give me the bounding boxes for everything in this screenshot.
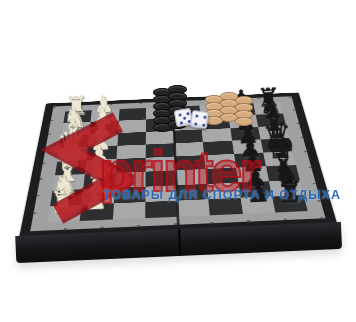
- square-e4: [145, 156, 175, 171]
- die-pip: [195, 122, 198, 125]
- square-h6: [208, 198, 242, 216]
- square-g3: [113, 186, 145, 203]
- square-g7: ♟: [238, 181, 272, 198]
- square-e3: [115, 158, 145, 173]
- square-a2: ♟: [91, 109, 119, 122]
- square-f4: [145, 170, 176, 186]
- square-f7: ♟: [236, 166, 269, 182]
- square-g1: ♞: [50, 189, 83, 206]
- piece-white-pawn: ♟: [90, 87, 119, 121]
- square-g8: ♞: [269, 180, 304, 197]
- die-pip: [183, 116, 186, 119]
- square-f5: [175, 169, 207, 185]
- square-f8: ♝: [266, 165, 300, 181]
- die-pip: [186, 112, 189, 115]
- square-d4: [145, 143, 174, 158]
- product-photo-chess-set: ♜♟♟♜♞♟♟♞♝♟♟♝♛♟♟♛♚♟♟♚♝♟♟♝♞♟♟♞♜♟♟♜ printer…: [0, 0, 356, 322]
- square-d8: ♛: [260, 138, 292, 152]
- square-e1: ♚: [55, 160, 87, 175]
- die-pip: [203, 116, 206, 119]
- square-h7: ♟: [240, 196, 275, 214]
- square-d7: ♟: [232, 139, 263, 153]
- square-d1: ♛: [57, 147, 88, 162]
- square-h4: [145, 200, 178, 218]
- square-h2: ♟: [80, 203, 113, 221]
- piece-black-rook: ♜: [254, 80, 283, 114]
- die-pip: [180, 121, 183, 124]
- square-d5: [174, 142, 204, 157]
- square-h5: [177, 199, 210, 217]
- square-f6: [206, 168, 238, 184]
- square-h8: ♜: [272, 195, 308, 212]
- square-f2: ♟: [83, 173, 115, 189]
- square-g4: [145, 185, 177, 202]
- front-fold-seam: [178, 229, 181, 256]
- square-f1: ♝: [53, 174, 86, 190]
- square-g6: [207, 182, 240, 199]
- wood-checker-piece: [235, 117, 253, 126]
- square-e8: ♚: [263, 151, 296, 166]
- board-tilt-wrapper: ♜♟♟♜♞♟♟♞♝♟♟♝♛♟♟♛♚♟♟♚♝♟♟♝♞♟♟♞♜♟♟♜: [0, 0, 356, 322]
- square-e7: ♟: [234, 153, 266, 168]
- square-g2: ♟: [82, 188, 115, 205]
- square-h3: [112, 202, 145, 220]
- piece-white-rook: ♜: [62, 88, 91, 122]
- die-showing-4: [190, 110, 209, 129]
- die-pip: [178, 113, 181, 116]
- wood-checkers-stack: [235, 98, 253, 126]
- square-e6: [204, 154, 235, 169]
- square-d2: ♟: [87, 146, 117, 161]
- square-g5: [176, 184, 208, 201]
- die-pip: [196, 115, 199, 118]
- square-d6: [203, 141, 234, 156]
- square-h1: ♜: [47, 205, 81, 223]
- square-e5: [175, 155, 206, 170]
- square-d3: [116, 144, 146, 159]
- die-pip: [202, 123, 205, 126]
- square-e2: ♟: [85, 159, 116, 174]
- square-f3: [114, 172, 145, 188]
